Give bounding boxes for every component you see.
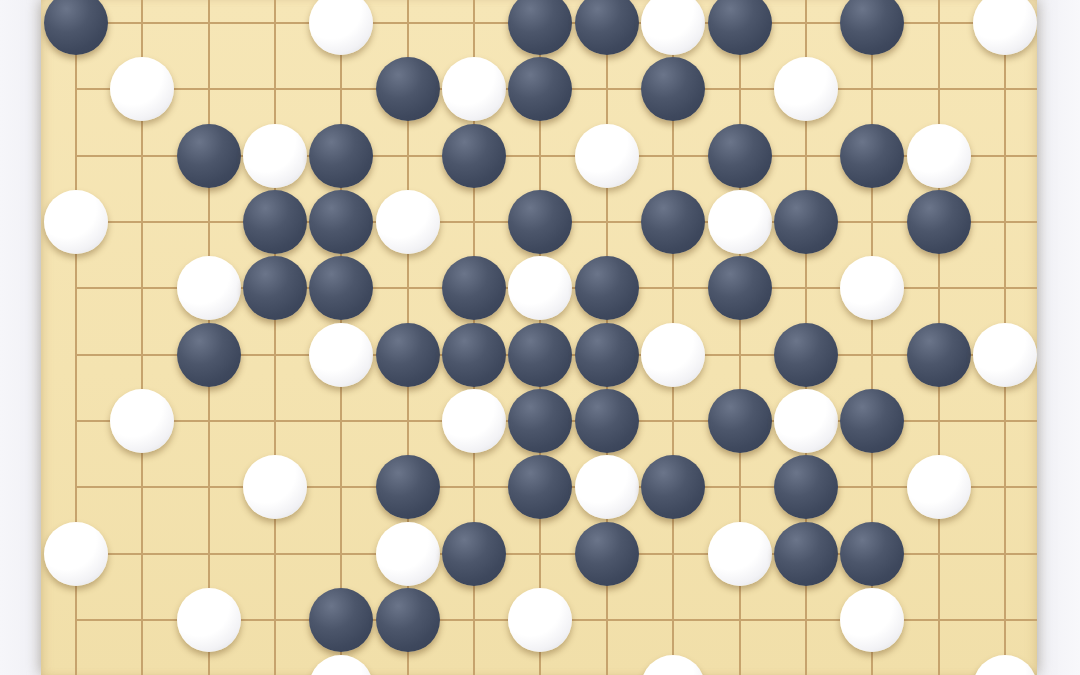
white-stone-c3-r10 [177, 588, 241, 652]
black-stone-c7-r9 [442, 522, 506, 586]
black-stone-c8-r7 [508, 389, 572, 453]
white-stone-c15-r6 [973, 323, 1037, 387]
black-stone-c7-r5 [442, 256, 506, 320]
white-stone-c10-r1 [641, 0, 705, 55]
black-stone-c3-r3 [177, 124, 241, 188]
black-stone-c13-r7 [840, 389, 904, 453]
white-stone-c5-r11 [309, 655, 373, 675]
black-stone-c13-r1 [840, 0, 904, 55]
white-stone-c11-r9 [708, 522, 772, 586]
black-stone-c10-r8 [641, 455, 705, 519]
white-stone-c8-r5 [508, 256, 572, 320]
black-stone-c9-r5 [575, 256, 639, 320]
white-stone-c12-r7 [774, 389, 838, 453]
black-stone-c12-r4 [774, 190, 838, 254]
white-stone-c4-r8 [243, 455, 307, 519]
white-stone-c9-r3 [575, 124, 639, 188]
black-stone-c12-r9 [774, 522, 838, 586]
black-stone-c8-r2 [508, 57, 572, 121]
white-stone-c14-r8 [907, 455, 971, 519]
grid-line-vertical [274, 0, 276, 675]
white-stone-c6-r4 [376, 190, 440, 254]
white-stone-c10-r11 [641, 655, 705, 675]
black-stone-c6-r10 [376, 588, 440, 652]
black-stone-c14-r4 [907, 190, 971, 254]
black-stone-c6-r8 [376, 455, 440, 519]
white-stone-c4-r3 [243, 124, 307, 188]
white-stone-c5-r6 [309, 323, 373, 387]
white-stone-c7-r7 [442, 389, 506, 453]
black-stone-c6-r2 [376, 57, 440, 121]
white-stone-c7-r2 [442, 57, 506, 121]
black-stone-c13-r3 [840, 124, 904, 188]
black-stone-c9-r7 [575, 389, 639, 453]
white-stone-c10-r6 [641, 323, 705, 387]
black-stone-c7-r6 [442, 323, 506, 387]
white-stone-c15-r11 [973, 655, 1037, 675]
black-stone-c5-r5 [309, 256, 373, 320]
black-stone-c7-r3 [442, 124, 506, 188]
black-stone-c4-r5 [243, 256, 307, 320]
black-stone-c13-r9 [840, 522, 904, 586]
black-stone-c11-r3 [708, 124, 772, 188]
left-page-margin [0, 0, 41, 675]
black-stone-c8-r4 [508, 190, 572, 254]
black-stone-c1-r1 [44, 0, 108, 55]
white-stone-c9-r8 [575, 455, 639, 519]
go-board[interactable] [41, 0, 1037, 675]
black-stone-c8-r6 [508, 323, 572, 387]
black-stone-c10-r4 [641, 190, 705, 254]
white-stone-c2-r2 [110, 57, 174, 121]
black-stone-c11-r7 [708, 389, 772, 453]
black-stone-c12-r6 [774, 323, 838, 387]
white-stone-c13-r10 [840, 588, 904, 652]
black-stone-c6-r6 [376, 323, 440, 387]
black-stone-c9-r6 [575, 323, 639, 387]
white-stone-c1-r4 [44, 190, 108, 254]
black-stone-c3-r6 [177, 323, 241, 387]
black-stone-c5-r3 [309, 124, 373, 188]
white-stone-c15-r1 [973, 0, 1037, 55]
white-stone-c5-r1 [309, 0, 373, 55]
page-background [0, 0, 1080, 675]
black-stone-c9-r1 [575, 0, 639, 55]
right-page-margin [1037, 0, 1080, 675]
white-stone-c13-r5 [840, 256, 904, 320]
black-stone-c11-r1 [708, 0, 772, 55]
white-stone-c11-r4 [708, 190, 772, 254]
black-stone-c10-r2 [641, 57, 705, 121]
white-stone-c14-r3 [907, 124, 971, 188]
black-stone-c9-r9 [575, 522, 639, 586]
black-stone-c12-r8 [774, 455, 838, 519]
white-stone-c1-r9 [44, 522, 108, 586]
white-stone-c3-r5 [177, 256, 241, 320]
white-stone-c6-r9 [376, 522, 440, 586]
black-stone-c8-r8 [508, 455, 572, 519]
white-stone-c8-r10 [508, 588, 572, 652]
white-stone-c12-r2 [774, 57, 838, 121]
white-stone-c2-r7 [110, 389, 174, 453]
black-stone-c11-r5 [708, 256, 772, 320]
black-stone-c14-r6 [907, 323, 971, 387]
black-stone-c5-r4 [309, 190, 373, 254]
black-stone-c8-r1 [508, 0, 572, 55]
black-stone-c5-r10 [309, 588, 373, 652]
black-stone-c4-r4 [243, 190, 307, 254]
